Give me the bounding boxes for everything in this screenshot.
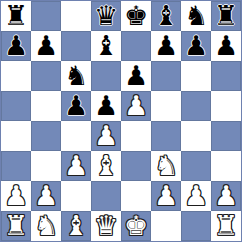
square-g2[interactable]: ♟ — [181, 181, 211, 211]
square-d6[interactable] — [91, 61, 121, 91]
square-b6[interactable] — [31, 61, 61, 91]
black-rook[interactable]: ♜ — [214, 2, 238, 29]
square-b8[interactable] — [31, 1, 61, 31]
white-bishop[interactable]: ♝ — [64, 212, 88, 239]
black-pawn[interactable]: ♟ — [124, 62, 148, 89]
square-f3[interactable]: ♞ — [151, 151, 181, 181]
square-e8[interactable]: ♚ — [121, 1, 151, 31]
square-h5[interactable] — [211, 91, 241, 121]
square-b2[interactable]: ♟ — [31, 181, 61, 211]
square-c4[interactable] — [61, 121, 91, 151]
square-f4[interactable] — [151, 121, 181, 151]
square-d1[interactable]: ♛ — [91, 211, 121, 241]
black-bishop[interactable]: ♝ — [154, 2, 178, 29]
square-e6[interactable]: ♟ — [121, 61, 151, 91]
square-c3[interactable]: ♟ — [61, 151, 91, 181]
square-f7[interactable]: ♟ — [151, 31, 181, 61]
white-rook[interactable]: ♜ — [4, 212, 28, 239]
square-a1[interactable]: ♜ — [1, 211, 31, 241]
square-g7[interactable]: ♟ — [181, 31, 211, 61]
square-g1[interactable] — [181, 211, 211, 241]
square-b1[interactable]: ♞ — [31, 211, 61, 241]
square-g4[interactable] — [181, 121, 211, 151]
square-b7[interactable]: ♟ — [31, 31, 61, 61]
square-e1[interactable]: ♚ — [121, 211, 151, 241]
white-pawn[interactable]: ♟ — [214, 182, 238, 209]
square-f1[interactable] — [151, 211, 181, 241]
square-d7[interactable]: ♝ — [91, 31, 121, 61]
white-pawn[interactable]: ♟ — [184, 182, 208, 209]
square-e3[interactable] — [121, 151, 151, 181]
square-g3[interactable] — [181, 151, 211, 181]
square-d3[interactable]: ♝ — [91, 151, 121, 181]
square-d8[interactable]: ♛ — [91, 1, 121, 31]
square-a7[interactable]: ♟ — [1, 31, 31, 61]
square-b4[interactable] — [31, 121, 61, 151]
white-knight[interactable]: ♞ — [154, 152, 178, 179]
square-c1[interactable]: ♝ — [61, 211, 91, 241]
black-pawn[interactable]: ♟ — [34, 32, 58, 59]
square-b5[interactable] — [31, 91, 61, 121]
square-c6[interactable]: ♞ — [61, 61, 91, 91]
square-c8[interactable] — [61, 1, 91, 31]
square-g6[interactable] — [181, 61, 211, 91]
square-d4[interactable]: ♟ — [91, 121, 121, 151]
black-pawn[interactable]: ♟ — [154, 32, 178, 59]
square-f5[interactable] — [151, 91, 181, 121]
square-g5[interactable] — [181, 91, 211, 121]
square-c2[interactable] — [61, 181, 91, 211]
white-king[interactable]: ♚ — [124, 212, 148, 239]
square-e2[interactable] — [121, 181, 151, 211]
square-h7[interactable]: ♟ — [211, 31, 241, 61]
white-pawn[interactable]: ♟ — [34, 182, 58, 209]
black-queen[interactable]: ♛ — [94, 2, 118, 29]
black-pawn[interactable]: ♟ — [184, 32, 208, 59]
square-f2[interactable]: ♟ — [151, 181, 181, 211]
black-pawn[interactable]: ♟ — [4, 32, 28, 59]
square-a8[interactable]: ♜ — [1, 1, 31, 31]
black-rook[interactable]: ♜ — [4, 2, 28, 29]
square-a3[interactable] — [1, 151, 31, 181]
square-h1[interactable]: ♜ — [211, 211, 241, 241]
black-pawn[interactable]: ♟ — [94, 92, 118, 119]
square-e5[interactable]: ♟ — [121, 91, 151, 121]
white-rook[interactable]: ♜ — [214, 212, 238, 239]
square-b3[interactable] — [31, 151, 61, 181]
square-f8[interactable]: ♝ — [151, 1, 181, 31]
square-e4[interactable] — [121, 121, 151, 151]
square-h3[interactable] — [211, 151, 241, 181]
square-g8[interactable]: ♞ — [181, 1, 211, 31]
square-h2[interactable]: ♟ — [211, 181, 241, 211]
square-d2[interactable] — [91, 181, 121, 211]
black-knight[interactable]: ♞ — [64, 62, 88, 89]
black-pawn[interactable]: ♟ — [214, 32, 238, 59]
white-pawn[interactable]: ♟ — [4, 182, 28, 209]
square-a5[interactable] — [1, 91, 31, 121]
square-a4[interactable] — [1, 121, 31, 151]
square-c7[interactable] — [61, 31, 91, 61]
black-pawn[interactable]: ♟ — [64, 92, 88, 119]
square-f6[interactable] — [151, 61, 181, 91]
white-bishop[interactable]: ♝ — [94, 152, 118, 179]
black-bishop[interactable]: ♝ — [94, 32, 118, 59]
white-pawn[interactable]: ♟ — [94, 122, 118, 149]
black-king[interactable]: ♚ — [124, 2, 148, 29]
white-knight[interactable]: ♞ — [34, 212, 58, 239]
square-a6[interactable] — [1, 61, 31, 91]
white-queen[interactable]: ♛ — [94, 212, 118, 239]
white-pawn[interactable]: ♟ — [154, 182, 178, 209]
square-e7[interactable] — [121, 31, 151, 61]
square-d5[interactable]: ♟ — [91, 91, 121, 121]
square-h4[interactable] — [211, 121, 241, 151]
square-a2[interactable]: ♟ — [1, 181, 31, 211]
square-c5[interactable]: ♟ — [61, 91, 91, 121]
white-pawn[interactable]: ♟ — [64, 152, 88, 179]
square-h8[interactable]: ♜ — [211, 1, 241, 31]
square-h6[interactable] — [211, 61, 241, 91]
white-pawn[interactable]: ♟ — [124, 92, 148, 119]
black-knight[interactable]: ♞ — [184, 2, 208, 29]
chess-board: ♜♛♚♝♞♜♟♟♝♟♟♟♞♟♟♟♟♟♟♝♞♟♟♟♟♟♜♞♝♛♚♜ — [0, 0, 242, 242]
